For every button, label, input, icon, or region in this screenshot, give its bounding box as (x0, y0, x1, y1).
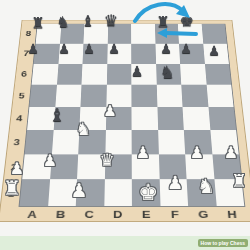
square-b6 (57, 64, 83, 85)
square-h3 (210, 130, 239, 154)
rank-label-7: 7 (17, 43, 34, 63)
square-g7 (179, 44, 205, 64)
square-e2 (132, 154, 160, 179)
square-a6 (32, 64, 58, 85)
illustration-canvas: 87654321 ABCDEFGH ♝♛♚♞♜♜♟♟♟♟♟♟♟♟♞♟♝♞♟♟♟♟… (0, 0, 250, 250)
rank-label-8: 8 (20, 24, 37, 43)
square-h7 (203, 44, 229, 64)
file-label-h: H (217, 207, 247, 221)
square-e1 (132, 179, 160, 206)
square-a5 (29, 85, 56, 107)
rank-label-3: 3 (7, 130, 26, 154)
square-d3 (105, 130, 132, 154)
square-a7 (34, 44, 60, 64)
file-label-c: C (75, 207, 104, 221)
square-f3 (158, 130, 185, 154)
square-b4 (53, 107, 80, 130)
square-b3 (51, 130, 79, 154)
square-d1 (104, 179, 132, 206)
file-label-f: F (160, 207, 189, 221)
square-g4 (183, 107, 210, 130)
square-g1 (187, 179, 217, 206)
square-d5 (106, 85, 132, 107)
king-castling-arrow (135, 4, 183, 21)
square-f8 (154, 24, 178, 43)
square-e5 (131, 85, 157, 107)
square-e6 (131, 64, 156, 85)
wikihow-watermark: How to play Chess (198, 239, 248, 247)
square-d6 (106, 64, 131, 85)
square-g6 (180, 64, 206, 85)
square-g8 (178, 24, 203, 43)
file-label-a: A (17, 207, 47, 221)
square-c6 (81, 64, 106, 85)
square-g3 (184, 130, 212, 154)
square-a8 (36, 24, 61, 43)
file-label-g: G (189, 207, 219, 221)
square-e7 (131, 44, 155, 64)
file-labels: ABCDEFGH (17, 207, 247, 221)
square-d8 (107, 24, 131, 43)
square-h5 (206, 85, 233, 107)
square-e4 (131, 107, 157, 130)
rank-label-2: 2 (4, 154, 24, 180)
square-f7 (155, 44, 180, 64)
chess-board: 87654321 ABCDEFGH (0, 20, 250, 222)
square-f2 (158, 154, 186, 179)
square-a4 (27, 107, 55, 130)
square-b7 (58, 44, 83, 64)
square-h2 (212, 154, 241, 179)
square-g2 (185, 154, 214, 179)
square-d2 (104, 154, 131, 179)
square-g5 (181, 85, 208, 107)
square-h8 (201, 24, 226, 43)
square-c2 (77, 154, 105, 179)
square-b2 (50, 154, 79, 179)
square-h4 (208, 107, 236, 130)
square-c4 (79, 107, 106, 130)
square-b1 (48, 179, 77, 206)
watermark-text: How to play Chess (201, 240, 245, 246)
square-f1 (159, 179, 188, 206)
square-c1 (76, 179, 105, 206)
square-c8 (83, 24, 107, 43)
rank-label-6: 6 (15, 63, 33, 84)
square-a3 (25, 130, 54, 154)
square-f6 (156, 64, 182, 85)
file-label-e: E (132, 207, 161, 221)
square-h1 (214, 179, 244, 206)
square-a2 (22, 154, 51, 179)
square-e3 (132, 130, 159, 154)
board-grid (19, 24, 246, 207)
square-h6 (204, 64, 231, 85)
square-d7 (107, 44, 131, 64)
square-b8 (60, 24, 85, 43)
square-e8 (131, 24, 155, 43)
square-c3 (78, 130, 105, 154)
rank-label-5: 5 (12, 85, 30, 107)
square-f4 (157, 107, 184, 130)
square-d4 (105, 107, 131, 130)
square-f5 (156, 85, 182, 107)
rank-label-4: 4 (10, 107, 29, 130)
file-label-d: D (103, 207, 132, 221)
square-a1 (20, 179, 50, 206)
rank-label-1: 1 (1, 180, 21, 207)
king-castling-arrow-head (176, 5, 190, 18)
square-b5 (55, 85, 82, 107)
file-label-b: B (46, 207, 75, 221)
square-c5 (80, 85, 106, 107)
square-c7 (82, 44, 107, 64)
